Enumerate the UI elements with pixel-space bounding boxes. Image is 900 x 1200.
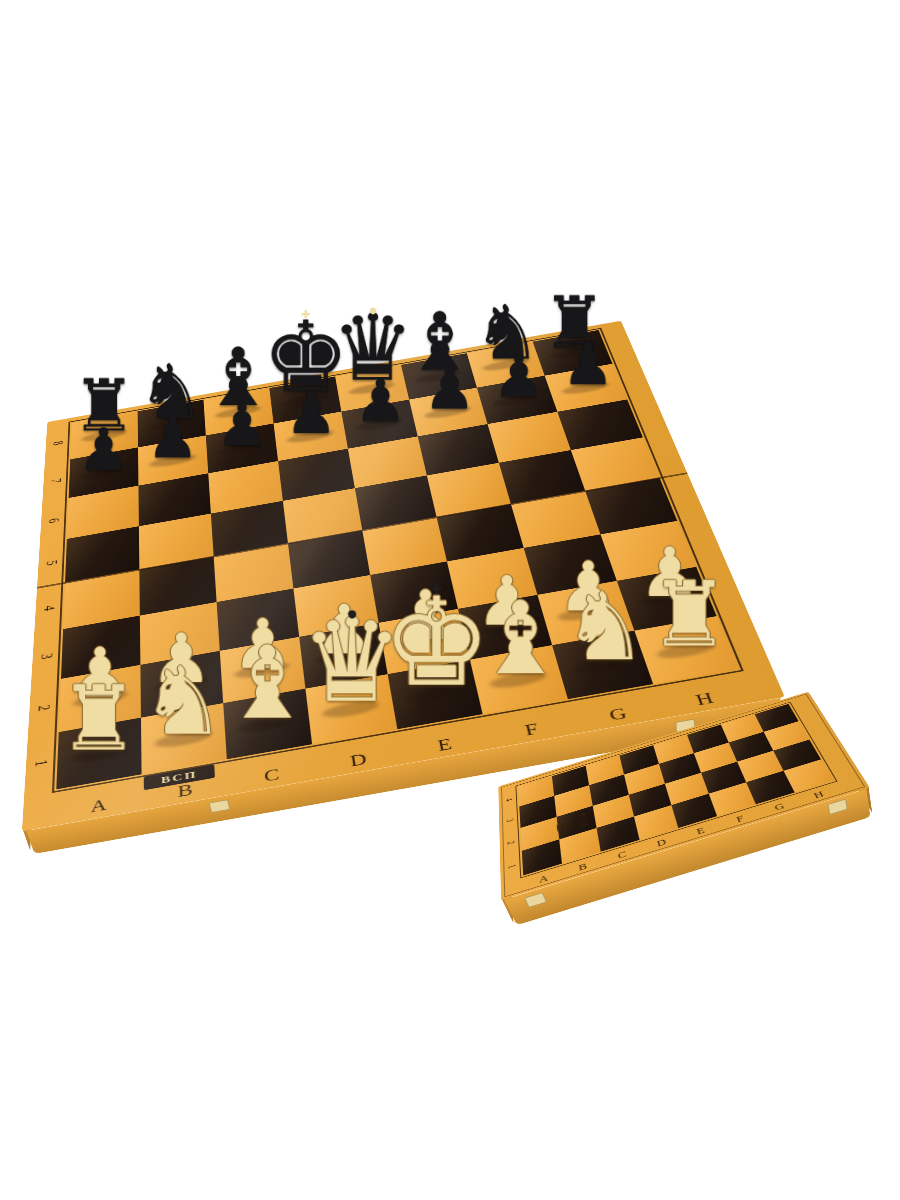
box-square-e1 xyxy=(671,794,717,828)
latch-tab xyxy=(827,798,848,815)
knight-emblem-glyph: ♞ xyxy=(583,335,593,341)
box-square-c1 xyxy=(597,817,640,852)
box-plane: ABCDEFGH 4321 ♞ ВСП xyxy=(498,692,869,901)
white-king-finial: ✚ xyxy=(431,582,443,596)
black-queen-finial: ● xyxy=(369,306,376,315)
box-file-label-b: B xyxy=(578,861,588,874)
box-rank-label-4: 4 xyxy=(504,797,514,803)
latch-tab xyxy=(208,799,230,813)
box-square-f1 xyxy=(709,782,756,816)
box-file-label-c: C xyxy=(617,849,627,861)
box-square-h1 xyxy=(784,759,834,792)
box-file-label-g: G xyxy=(773,801,786,813)
box-rank-label-2: 2 xyxy=(505,839,516,845)
box-file-label-e: E xyxy=(695,825,706,837)
rank-label-7: 7 xyxy=(47,477,64,484)
rank-label-5: 5 xyxy=(43,559,62,567)
black-king-finial: ✚ xyxy=(301,309,310,320)
box-file-label-d: D xyxy=(656,837,668,849)
box-file-label-h: H xyxy=(812,789,826,801)
box-file-label-a: A xyxy=(539,872,549,885)
box-rank-label-3: 3 xyxy=(504,817,514,823)
white-queen-finial: ● xyxy=(347,609,356,620)
knight-emblem-icon: ♞ xyxy=(556,816,572,836)
rank-label-6: 6 xyxy=(45,517,63,524)
piece-white-rook: ♜ xyxy=(625,569,753,659)
product-photo: ABCDEFGH 87654321 ВСП ♞ ♜♞♝♚✚♛●♝♞♜♟♟♟♟♟♟… xyxy=(0,0,900,1200)
brand-label: ВСП xyxy=(578,812,590,828)
box-rank-label-1: 1 xyxy=(506,863,517,870)
box-file-label-f: F xyxy=(735,813,746,824)
rank-label-8: 8 xyxy=(50,440,67,447)
box-square-b1 xyxy=(559,828,601,864)
box-square-a1 xyxy=(522,839,562,875)
box-square-d1 xyxy=(634,805,678,840)
latch-tab xyxy=(524,892,547,908)
box-square-g1 xyxy=(746,771,794,804)
